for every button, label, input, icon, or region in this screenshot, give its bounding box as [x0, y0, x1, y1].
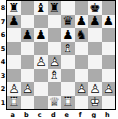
square-b6[interactable]: ♟ [21, 28, 35, 42]
black-pawn-piece: ♟ [7, 15, 21, 29]
black-queen-piece: ♛ [61, 15, 75, 29]
white-king-piece: ♚♔ [88, 96, 102, 110]
square-b2[interactable]: ♟♙ [21, 82, 35, 96]
white-queen-piece: ♛♕ [48, 96, 62, 110]
square-f1[interactable] [75, 96, 89, 110]
square-f3[interactable] [75, 69, 89, 83]
square-a3[interactable] [7, 69, 21, 83]
square-c2[interactable] [34, 82, 48, 96]
black-pawn-piece: ♟ [21, 28, 35, 42]
white-pawn-piece: ♟♙ [34, 55, 48, 69]
square-e3[interactable] [61, 69, 75, 83]
square-g4[interactable] [88, 55, 102, 69]
file-label-c: c [33, 112, 47, 119]
square-d5[interactable] [48, 42, 62, 56]
square-b1[interactable] [21, 96, 35, 110]
file-label-d: d [47, 112, 61, 119]
white-pawn-piece: ♟♙ [102, 82, 116, 96]
square-f7[interactable]: ♟ [75, 15, 89, 29]
square-d1[interactable]: ♛♕ [48, 96, 62, 110]
square-b7[interactable] [21, 15, 35, 29]
square-e1[interactable]: ♜♖ [61, 96, 75, 110]
black-pawn-piece: ♟ [88, 15, 102, 29]
black-pawn-piece: ♟ [102, 15, 116, 29]
square-b4[interactable] [21, 55, 35, 69]
white-rook-piece: ♜♖ [7, 96, 21, 110]
square-d3[interactable]: ♝♗ [48, 69, 62, 83]
file-label-e: e [60, 112, 74, 119]
square-h4[interactable] [102, 55, 116, 69]
square-g7[interactable]: ♟ [88, 15, 102, 29]
square-a6[interactable] [7, 28, 21, 42]
black-bishop-piece: ♝ [34, 1, 48, 15]
square-h1[interactable] [102, 96, 116, 110]
file-label-h: h [101, 112, 115, 119]
file-label-a: a [6, 112, 20, 119]
square-b8[interactable] [21, 1, 35, 15]
square-a5[interactable] [7, 42, 21, 56]
square-g6[interactable] [88, 28, 102, 42]
square-h6[interactable] [102, 28, 116, 42]
square-d7[interactable] [48, 15, 62, 29]
square-f4[interactable] [75, 55, 89, 69]
square-a7[interactable]: ♟ [7, 15, 21, 29]
black-pawn-piece: ♟ [75, 15, 89, 29]
file-label-f: f [74, 112, 88, 119]
square-c6[interactable]: ♟ [34, 28, 48, 42]
file-label-b: b [20, 112, 34, 119]
square-b3[interactable] [21, 69, 35, 83]
square-e7[interactable]: ♛ [61, 15, 75, 29]
white-pawn-piece: ♟♙ [21, 82, 35, 96]
square-f6[interactable]: ♞ [75, 28, 89, 42]
square-d6[interactable] [48, 28, 62, 42]
white-bishop-piece: ♝♗ [61, 42, 75, 56]
square-h3[interactable] [102, 69, 116, 83]
square-c1[interactable] [34, 96, 48, 110]
chess-diagram: 87654321 ♜♝♜♚♟♛♟♟♟♟♟♟♞♝♗♟♙♟♙♝♗♟♙♟♙♟♙♟♙♟♙… [0, 0, 118, 118]
square-c3[interactable] [34, 69, 48, 83]
square-g3[interactable] [88, 69, 102, 83]
black-rook-piece: ♜ [48, 1, 62, 15]
square-f2[interactable]: ♟♙ [75, 82, 89, 96]
square-g5[interactable] [88, 42, 102, 56]
square-h7[interactable]: ♟ [102, 15, 116, 29]
black-pawn-piece: ♟ [34, 28, 48, 42]
square-a4[interactable] [7, 55, 21, 69]
square-e4[interactable] [61, 55, 75, 69]
square-f5[interactable] [75, 42, 89, 56]
square-h5[interactable] [102, 42, 116, 56]
file-labels: abcdefgh [6, 112, 114, 119]
square-c4[interactable]: ♟♙ [34, 55, 48, 69]
white-pawn-piece: ♟♙ [75, 82, 89, 96]
square-d8[interactable]: ♜ [48, 1, 62, 15]
square-c7[interactable] [34, 15, 48, 29]
square-g1[interactable]: ♚♔ [88, 96, 102, 110]
white-bishop-piece: ♝♗ [48, 69, 62, 83]
chess-board: ♜♝♜♚♟♛♟♟♟♟♟♟♞♝♗♟♙♟♙♝♗♟♙♟♙♟♙♟♙♟♙♜♖♛♕♜♖♚♔ [6, 0, 116, 110]
file-label-g: g [87, 112, 101, 119]
square-e5[interactable]: ♝♗ [61, 42, 75, 56]
square-c8[interactable]: ♝ [34, 1, 48, 15]
square-a1[interactable]: ♜♖ [7, 96, 21, 110]
black-knight-piece: ♞ [75, 28, 89, 42]
white-rook-piece: ♜♖ [61, 96, 75, 110]
square-b5[interactable] [21, 42, 35, 56]
square-h2[interactable]: ♟♙ [102, 82, 116, 96]
square-c5[interactable] [34, 42, 48, 56]
